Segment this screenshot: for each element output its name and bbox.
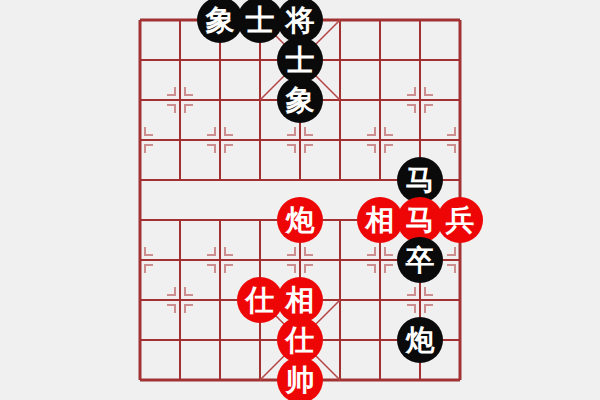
piece-black-cannon[interactable]: 炮 bbox=[397, 317, 443, 363]
piece-red-soldier[interactable]: 兵 bbox=[437, 197, 483, 243]
piece-red-cannon[interactable]: 炮 bbox=[277, 197, 323, 243]
piece-red-general[interactable]: 帅 bbox=[277, 357, 323, 400]
xiangqi-board: 象士将士象马炮相马兵卒仕相仕炮帅 bbox=[0, 0, 600, 400]
piece-black-soldier[interactable]: 卒 bbox=[397, 237, 443, 283]
piece-black-elephant[interactable]: 象 bbox=[277, 77, 323, 123]
